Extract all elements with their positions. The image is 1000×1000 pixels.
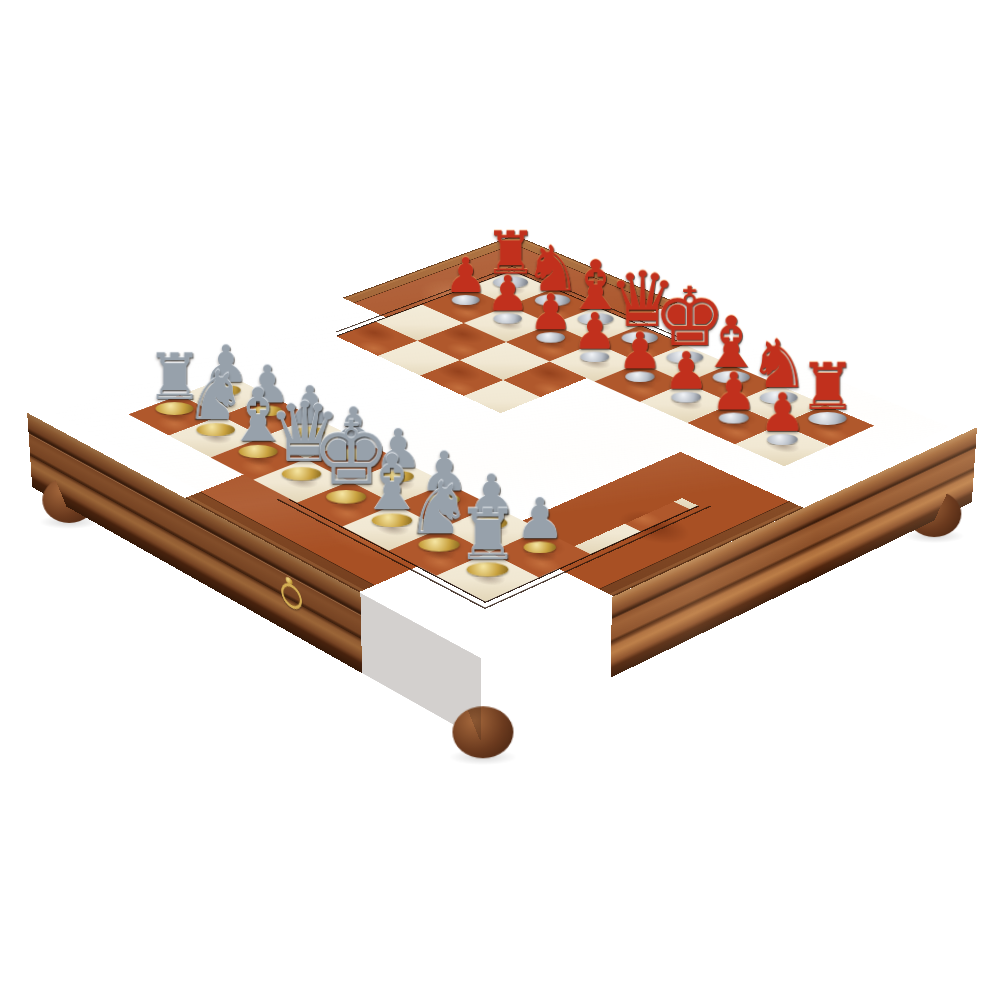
product-photo-scene: ♜♞♝♛♚♝♞♜♟♟♟♟♟♟♟♟♟♟♟♟♟♟♟♟♜♞♝♛♚♝♞♜ [0,0,1000,1000]
piece-glyph: ♟ [749,386,816,439]
chess-case: ♜♞♝♛♚♝♞♜♟♟♟♟♟♟♟♟♟♟♟♟♟♟♟♟♜♞♝♛♚♝♞♜ [27,235,977,658]
piece-glyph: ♜ [451,500,523,570]
case-top-rim: ♜♞♝♛♚♝♞♜♟♟♟♟♟♟♟♟♟♟♟♟♟♟♟♟♜♞♝♛♚♝♞♜ [27,235,977,658]
